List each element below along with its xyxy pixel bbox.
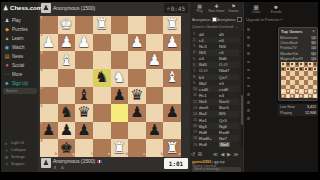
opening-name: Queen's Gambit Declined: Normal Variatio… [192,25,241,29]
bottom-player-avatar[interactable]: ♟ [41,158,51,168]
piece-wN-d4[interactable]: ♞ [111,69,129,87]
black-swatch [237,17,243,23]
sign up-icon: ☻ [4,80,10,86]
mini-piece [296,90,298,92]
logo-pawn-icon: ♟ [3,5,8,11]
pocket-pieces: ♗ ♙ [53,165,65,170]
playback-controls: ↺⊞≪◀▶≫ [191,150,241,158]
nav-button[interactable]: ▶ [227,151,231,157]
mini-piece [287,68,289,70]
piece-bB-f5[interactable]: ♝ [75,87,93,105]
move-row[interactable]: 15.Re1Qc5 [191,117,239,123]
sidebar-bottom-settings[interactable]: ⚙Settings [4,154,25,160]
square-a6[interactable]: ♟ [163,104,181,122]
square-h7[interactable]: 7♟ [40,122,58,140]
list-item-dot [247,77,250,80]
piece-wR-a1[interactable]: ♜ [163,16,181,34]
square-e1[interactable]: ♜ [93,16,111,34]
list-item-dot [247,93,250,96]
move-row[interactable]: 16.Bg3Ng6 [191,123,239,129]
mini-piece [296,63,298,65]
list-item-dot [247,52,250,55]
square-b7[interactable]: ♟ [146,122,164,140]
piece-wB-a4[interactable]: ♝ [163,69,181,87]
mini-piece [305,68,307,70]
screenshot-stage: ♟ Chess.com ♟Play◆Puzzles▲Learn◉Watch▤Ne… [0,0,320,180]
square-e4[interactable]: ♞ [93,69,111,87]
mini-square [313,94,318,99]
square-c2[interactable]: ♟ [128,34,146,52]
piece-bP-a6[interactable]: ♟ [163,104,181,122]
upgrade-link[interactable]: Upgrade to Premium » [246,18,282,22]
list-item-dot [247,44,250,47]
square-f3[interactable] [75,51,93,69]
bottom-player-clock: 1:01 [164,158,188,169]
sidebar-item-label: Play [12,18,21,23]
square-b5[interactable] [146,87,164,105]
square-f2[interactable]: ♟ [75,34,93,52]
mini-piece [291,68,293,70]
square-h4[interactable]: 4 [40,69,58,87]
mini-piece [287,90,289,92]
square-h2[interactable]: 2♟ [40,34,58,52]
square-h6[interactable]: 6 [40,104,58,122]
right-tab-friends[interactable]: ☻Friends [266,4,286,14]
sidebar-item-play[interactable]: ♟Play [4,16,36,24]
move-row[interactable]: 9.Bb2e5 [191,80,239,86]
square-g6[interactable]: ♞ [58,104,76,122]
player-chip-white: Anonymous [192,17,217,22]
mini-piece [305,95,307,97]
move-row[interactable]: 18.Rxd8+Ne7 [191,135,239,141]
mini-piece [300,68,302,70]
square-g2[interactable]: ♟ [58,34,76,52]
top-player-avatar[interactable]: ♟ [41,3,51,13]
mini-piece [282,90,284,92]
mini-piece [291,63,293,65]
list-item-dot [247,117,250,120]
square-f8[interactable]: f [75,139,93,157]
stats-row: Playing12,908 [278,110,318,116]
mini-piece [309,63,311,65]
list-item-dot [247,61,250,64]
country-flag [97,160,102,164]
piece-wP-b3[interactable]: ♟ [146,51,164,69]
nav-button[interactable]: ≪ [213,151,218,157]
chat-input[interactable]: Send a message... [192,167,241,172]
bottom-player-name[interactable]: Anonymous (1500) [53,158,102,164]
piece-bP-f7[interactable]: ♟ [75,122,93,140]
tab-new-game[interactable]: ✚New Game [208,3,225,15]
square-a8[interactable]: a♜ [163,139,181,157]
piece-wR-e1[interactable]: ♜ [93,16,111,34]
mini-piece [296,68,298,70]
move-row[interactable]: 11.Rc1e4 [191,92,239,98]
mini-piece [300,95,302,97]
square-g7[interactable]: ♟ [58,122,76,140]
square-c5[interactable]: ♛ [128,87,146,105]
sidebar-item-label: More [12,72,22,77]
sidebar-item-label: Sign Up [12,81,28,86]
square-d2[interactable] [111,34,129,52]
move-row[interactable]: 8.b3Qe7 [191,74,239,80]
sidebar-item-label: Puzzles [12,27,28,32]
nav-button[interactable]: ◀ [221,151,225,157]
mini-piece [305,90,307,92]
scrollbar-thumb[interactable] [241,95,243,125]
mini-piece [314,63,316,65]
square-g1[interactable]: ♚ [58,16,76,34]
square-c6[interactable]: ♟ [128,104,146,122]
piece-wR-a8[interactable]: ♜ [163,139,181,157]
square-d5[interactable]: ♟ [111,87,129,105]
sidebar-item-learn[interactable]: ▲Learn [4,34,36,42]
sidebar-bottom-light-ui[interactable]: ◐Light UI [4,140,24,146]
square-f1[interactable] [75,16,93,34]
mini-piece [305,63,307,65]
more-icon: ⋯ [4,71,10,77]
square-f4[interactable] [75,69,93,87]
tab-play[interactable]: ▦Play [191,3,208,15]
mini-piece [309,90,311,92]
support-icon: ? [4,162,9,167]
games-list: Blitzstream1|0ChessBrah3|0PeshkaTV1|0Won… [280,35,316,61]
list-item-dot [247,101,250,104]
square-e3[interactable] [93,51,111,69]
square-a5[interactable] [163,87,181,105]
sidebar-item-label: News [12,54,23,59]
piece-bP-d5[interactable]: ♟ [111,87,129,105]
square-d4[interactable]: ♞ [111,69,129,87]
square-c4[interactable] [128,69,146,87]
sidebar-search-input[interactable]: Search [3,88,37,94]
square-g8[interactable]: g♚ [58,139,76,157]
move-row[interactable]: 2.c4e6 [191,37,239,43]
square-e7[interactable] [93,122,111,140]
mini-piece [282,68,284,70]
move-row[interactable]: 1.d4d5 [191,31,239,37]
sidebar-item-social[interactable]: ♥Social [4,61,36,69]
mini-piece [314,90,316,92]
light-ui-icon: ◐ [4,141,9,146]
player-chip-black: Anonymous [217,17,242,22]
mini-piece [296,95,298,97]
piece-bN-e4[interactable]: ♞ [93,69,111,87]
piece-bK-g8[interactable]: ♚ [58,139,76,157]
square-b3[interactable]: ♟ [146,51,164,69]
piece-wP-f2[interactable]: ♟ [75,34,93,52]
list-item-dot [247,28,250,31]
game-list-row[interactable]: MagnusFan991|0 [280,56,316,61]
square-b1[interactable] [146,16,164,34]
square-e8[interactable]: e [93,139,111,157]
move-row[interactable]: 7.O-ONbd7 [191,68,239,74]
piece-bP-c6[interactable]: ♟ [128,104,146,122]
top-player-clock: ◷0:45 [164,3,188,13]
square-a7[interactable] [163,122,181,140]
square-h3[interactable]: 3 [40,51,58,69]
square-g5[interactable] [58,87,76,105]
sidebar-item-label: Social [12,63,24,68]
piece-wP-h2[interactable]: ♟ [40,34,58,52]
sidebar-item-more[interactable]: ⋯More [4,70,36,78]
mini-piece [314,68,316,70]
move-row[interactable]: 6.Bd3O-O [191,62,239,68]
list-item-dot [247,109,250,112]
chesscom-logo[interactable]: ♟ Chess.com [3,4,42,11]
piece-bP-g7[interactable]: ♟ [58,122,76,140]
square-a3[interactable] [163,51,181,69]
square-f7[interactable]: ♟ [75,122,93,140]
mini-board-preview[interactable] [281,62,317,98]
popup-title: Top Games [281,29,303,34]
square-b8[interactable]: b [146,139,164,157]
move-row[interactable]: 13.dxe5Bxe5 [191,105,239,111]
right-panel-list-strip [246,28,251,120]
sidebar-item-label: Watch [12,45,25,50]
mini-piece [287,63,289,65]
sidebar-item-puzzles[interactable]: ◆Puzzles [4,25,36,33]
square-f6[interactable]: ♛ [75,104,93,122]
square-h8[interactable]: 8h [40,139,58,157]
top-player-name[interactable]: Anonymous (1500) [53,5,95,11]
sidebar-bottom-collapse[interactable]: «Collapse [4,147,26,153]
piece-wP-a2[interactable]: ♟ [163,34,181,52]
mini-piece [291,95,293,97]
mini-piece [309,95,311,97]
piece-wP-g2[interactable]: ♟ [58,34,76,52]
square-e5[interactable] [93,87,111,105]
square-d8[interactable]: d♜ [111,139,129,157]
piece-bP-b7[interactable]: ♟ [146,122,164,140]
square-c8[interactable]: c [128,139,146,157]
square-b2[interactable] [146,34,164,52]
square-h5[interactable]: 5 [40,87,58,105]
piece-bQ-f6[interactable]: ♛ [75,104,93,122]
news-icon: ▤ [4,53,10,59]
square-e6[interactable] [93,104,111,122]
puzzles-icon: ◆ [4,26,10,32]
piece-bQ-c5[interactable]: ♛ [128,87,146,105]
move-row[interactable]: 4.Nf3c6 [191,49,239,55]
square-a4[interactable]: ♝ [163,69,181,87]
piece-wB-g3[interactable]: ♝ [58,51,76,69]
learn-icon: ▲ [4,35,10,41]
square-d1[interactable] [111,16,129,34]
piece-bN-g6[interactable]: ♞ [58,104,76,122]
mini-piece [300,63,302,65]
chess-board[interactable]: 1♚♜♜2♟♟♟♟♟3♝♟4♞♞♝5♝♟♛6♞♛♟♟7♟♟♟♟8hg♚fed♜c… [40,16,181,157]
piece-wP-c2[interactable]: ♟ [128,34,146,52]
square-d3[interactable] [111,51,129,69]
mini-piece [309,68,311,70]
piece-bP-h7[interactable]: ♟ [40,122,58,140]
list-item-dot [247,85,250,88]
logo-text: Chess.com [10,5,42,11]
move-row[interactable]: 17.Rd8Rxd8 [191,129,239,135]
watch-icon: ◉ [4,44,10,50]
list-item-dot [247,36,250,39]
square-a2[interactable]: ♟ [163,34,181,52]
square-c3[interactable] [128,51,146,69]
move-list-scrollbar[interactable] [241,31,243,148]
move-list[interactable]: 1.d4d52.c4e63.Nc3Nf64.Nf3c65.e3Bd66.Bd3O… [191,31,239,148]
mini-piece [300,90,302,92]
nav-button[interactable]: ≫ [233,151,238,157]
sidebar-item-sign-up[interactable]: ☻Sign Up [4,79,36,87]
clock-icon: ◷ [167,6,170,11]
piece-wK-g1[interactable]: ♚ [58,16,76,34]
move-row[interactable]: 10.cxd5cxd5 [191,86,239,92]
move-row[interactable]: 3.Nc3Nf6 [191,43,239,49]
tab-games[interactable]: ⚑Games [225,3,242,15]
social-icon: ♥ [4,62,10,68]
square-g4[interactable] [58,69,76,87]
list-item-dot [247,69,250,72]
mini-piece [282,63,284,65]
square-g3[interactable]: ♝ [58,51,76,69]
sidebar-item-news[interactable]: ▤News [4,52,36,60]
square-f5[interactable]: ♝ [75,87,93,105]
piece-wR-d8[interactable]: ♜ [111,139,129,157]
settings-icon: ⚙ [4,155,9,160]
square-c7[interactable] [128,122,146,140]
mini-piece [291,90,293,92]
collapse-icon: « [4,148,9,153]
square-b4[interactable] [146,69,164,87]
square-d7[interactable] [111,122,129,140]
close-icon[interactable]: × [312,28,315,34]
move-row[interactable]: 14.Ba4Bf5 [191,111,239,117]
move-row[interactable]: 12.Ne5Nxe5 [191,99,239,105]
move-row[interactable]: 19.Ra8Ne4 [191,142,239,148]
stats-box: Live Now3,412Playing12,908 [278,104,318,116]
mini-piece [282,95,284,97]
play-icon: ♟ [4,17,10,23]
square-a1[interactable]: ♜ [163,16,181,34]
square-c1[interactable] [128,16,146,34]
mini-piece [287,95,289,97]
right-tab-chats[interactable]: ▦Chats [246,4,266,14]
square-d6[interactable] [111,104,129,122]
sidebar-item-label: Learn [12,36,24,41]
square-h1[interactable]: 1 [40,16,58,34]
square-b6[interactable] [146,104,164,122]
sidebar-item-watch[interactable]: ◉Watch [4,43,36,51]
mini-piece [314,95,316,97]
square-e2[interactable] [93,34,111,52]
move-row[interactable]: 5.e3Bd6 [191,56,239,62]
sidebar-bottom-support[interactable]: ?Support [4,161,24,167]
